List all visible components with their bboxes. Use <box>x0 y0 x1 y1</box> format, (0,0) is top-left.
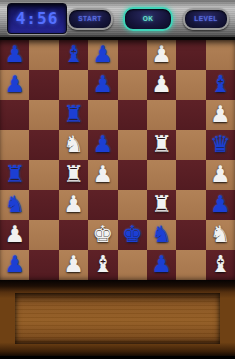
piece-white-pawn[interactable]: ♟ <box>63 193 84 216</box>
square-c1[interactable]: ♟ <box>59 250 88 280</box>
square-b6[interactable] <box>29 100 58 130</box>
piece-white-pawn[interactable]: ♟ <box>63 253 84 276</box>
square-e7[interactable] <box>118 70 147 100</box>
square-c8[interactable]: ♝ <box>59 40 88 70</box>
square-a2[interactable]: ♟ <box>0 220 29 250</box>
square-f4[interactable] <box>147 160 176 190</box>
piece-white-bishop[interactable]: ♝ <box>210 253 231 276</box>
piece-blue-pawn[interactable]: ♟ <box>4 73 25 96</box>
piece-white-pawn[interactable]: ♟ <box>93 163 114 186</box>
square-h7[interactable]: ♝ <box>206 70 235 100</box>
piece-white-pawn[interactable]: ♟ <box>151 73 172 96</box>
piece-white-pawn[interactable]: ♟ <box>4 223 25 246</box>
timer-display: 4:56 <box>7 3 67 34</box>
piece-blue-pawn[interactable]: ♟ <box>4 43 25 66</box>
square-g1[interactable] <box>176 250 205 280</box>
square-d5[interactable]: ♟ <box>88 130 117 160</box>
square-a1[interactable]: ♟ <box>0 250 29 280</box>
level-button-label: LEVEL <box>194 15 217 22</box>
square-f3[interactable]: ♜ <box>147 190 176 220</box>
start-button-label: START <box>78 15 102 22</box>
square-h5[interactable]: ♛ <box>206 130 235 160</box>
square-h2[interactable]: ♞ <box>206 220 235 250</box>
piece-blue-knight[interactable]: ♞ <box>151 223 172 246</box>
square-e6[interactable] <box>118 100 147 130</box>
square-e8[interactable] <box>118 40 147 70</box>
square-g4[interactable] <box>176 160 205 190</box>
square-c6[interactable]: ♜ <box>59 100 88 130</box>
button-row: START OK LEVEL <box>67 7 229 31</box>
piece-blue-pawn[interactable]: ♟ <box>4 253 25 276</box>
tray-surface <box>15 293 220 344</box>
ok-button[interactable]: OK <box>123 7 173 31</box>
square-c2[interactable] <box>59 220 88 250</box>
square-a7[interactable]: ♟ <box>0 70 29 100</box>
square-b7[interactable] <box>29 70 58 100</box>
square-b5[interactable] <box>29 130 58 160</box>
square-d6[interactable] <box>88 100 117 130</box>
piece-white-king[interactable]: ♚ <box>93 223 114 246</box>
piece-blue-pawn[interactable]: ♟ <box>93 133 114 156</box>
piece-blue-pawn[interactable]: ♟ <box>93 73 114 96</box>
square-c4[interactable]: ♜ <box>59 160 88 190</box>
square-c7[interactable] <box>59 70 88 100</box>
square-b8[interactable] <box>29 40 58 70</box>
square-a3[interactable]: ♞ <box>0 190 29 220</box>
app-window: 4:56 START OK LEVEL ♟♝♟♟♟♟♟♝♜♟♞♟♜♛♜♜♟♟♞♟… <box>0 0 235 359</box>
piece-white-bishop[interactable]: ♝ <box>93 253 114 276</box>
square-d8[interactable]: ♟ <box>88 40 117 70</box>
square-b2[interactable] <box>29 220 58 250</box>
piece-blue-pawn[interactable]: ♟ <box>93 43 114 66</box>
piece-white-knight[interactable]: ♞ <box>210 223 231 246</box>
square-h6[interactable]: ♟ <box>206 100 235 130</box>
piece-white-pawn[interactable]: ♟ <box>210 103 231 126</box>
square-f8[interactable]: ♟ <box>147 40 176 70</box>
square-a6[interactable] <box>0 100 29 130</box>
square-g7[interactable] <box>176 70 205 100</box>
square-g5[interactable] <box>176 130 205 160</box>
square-f2[interactable]: ♞ <box>147 220 176 250</box>
piece-blue-knight[interactable]: ♞ <box>4 193 25 216</box>
piece-blue-pawn[interactable]: ♟ <box>151 253 172 276</box>
square-g8[interactable] <box>176 40 205 70</box>
control-panel: 4:56 START OK LEVEL <box>0 0 235 40</box>
start-button[interactable]: START <box>67 8 113 30</box>
captured-pieces-tray <box>0 280 235 356</box>
square-h3[interactable]: ♟ <box>206 190 235 220</box>
square-d2[interactable]: ♚ <box>88 220 117 250</box>
square-f1[interactable]: ♟ <box>147 250 176 280</box>
piece-blue-rook[interactable]: ♜ <box>63 103 84 126</box>
square-e1[interactable] <box>118 250 147 280</box>
square-f6[interactable] <box>147 100 176 130</box>
square-g3[interactable] <box>176 190 205 220</box>
level-button[interactable]: LEVEL <box>183 8 229 30</box>
square-c3[interactable]: ♟ <box>59 190 88 220</box>
square-b3[interactable] <box>29 190 58 220</box>
square-f7[interactable]: ♟ <box>147 70 176 100</box>
piece-white-rook[interactable]: ♜ <box>151 133 172 156</box>
square-b4[interactable] <box>29 160 58 190</box>
timer-text: 4:56 <box>16 9 59 28</box>
square-d1[interactable]: ♝ <box>88 250 117 280</box>
square-g2[interactable] <box>176 220 205 250</box>
square-h1[interactable]: ♝ <box>206 250 235 280</box>
square-d7[interactable]: ♟ <box>88 70 117 100</box>
piece-white-rook[interactable]: ♜ <box>151 193 172 216</box>
piece-white-rook[interactable]: ♜ <box>63 163 84 186</box>
ok-button-label: OK <box>143 15 154 22</box>
square-h8[interactable] <box>206 40 235 70</box>
square-e4[interactable] <box>118 160 147 190</box>
piece-blue-queen[interactable]: ♛ <box>210 133 231 156</box>
piece-blue-pawn[interactable]: ♟ <box>210 193 231 216</box>
piece-white-pawn[interactable]: ♟ <box>210 163 231 186</box>
chess-board: ♟♝♟♟♟♟♟♝♜♟♞♟♜♛♜♜♟♟♞♟♜♟♟♚♚♞♞♟♟♝♟♝ <box>0 40 235 280</box>
square-d4[interactable]: ♟ <box>88 160 117 190</box>
piece-blue-rook[interactable]: ♜ <box>4 163 25 186</box>
square-h4[interactable]: ♟ <box>206 160 235 190</box>
square-c5[interactable]: ♞ <box>59 130 88 160</box>
square-a4[interactable]: ♜ <box>0 160 29 190</box>
piece-white-knight[interactable]: ♞ <box>63 133 84 156</box>
square-a8[interactable]: ♟ <box>0 40 29 70</box>
square-f5[interactable]: ♜ <box>147 130 176 160</box>
piece-blue-bishop[interactable]: ♝ <box>63 43 84 66</box>
piece-white-pawn[interactable]: ♟ <box>151 43 172 66</box>
square-e5[interactable] <box>118 130 147 160</box>
piece-blue-king[interactable]: ♚ <box>122 223 143 246</box>
square-e2[interactable]: ♚ <box>118 220 147 250</box>
square-g6[interactable] <box>176 100 205 130</box>
square-b1[interactable] <box>29 250 58 280</box>
square-e3[interactable] <box>118 190 147 220</box>
square-a5[interactable] <box>0 130 29 160</box>
square-d3[interactable] <box>88 190 117 220</box>
piece-blue-bishop[interactable]: ♝ <box>210 73 231 96</box>
